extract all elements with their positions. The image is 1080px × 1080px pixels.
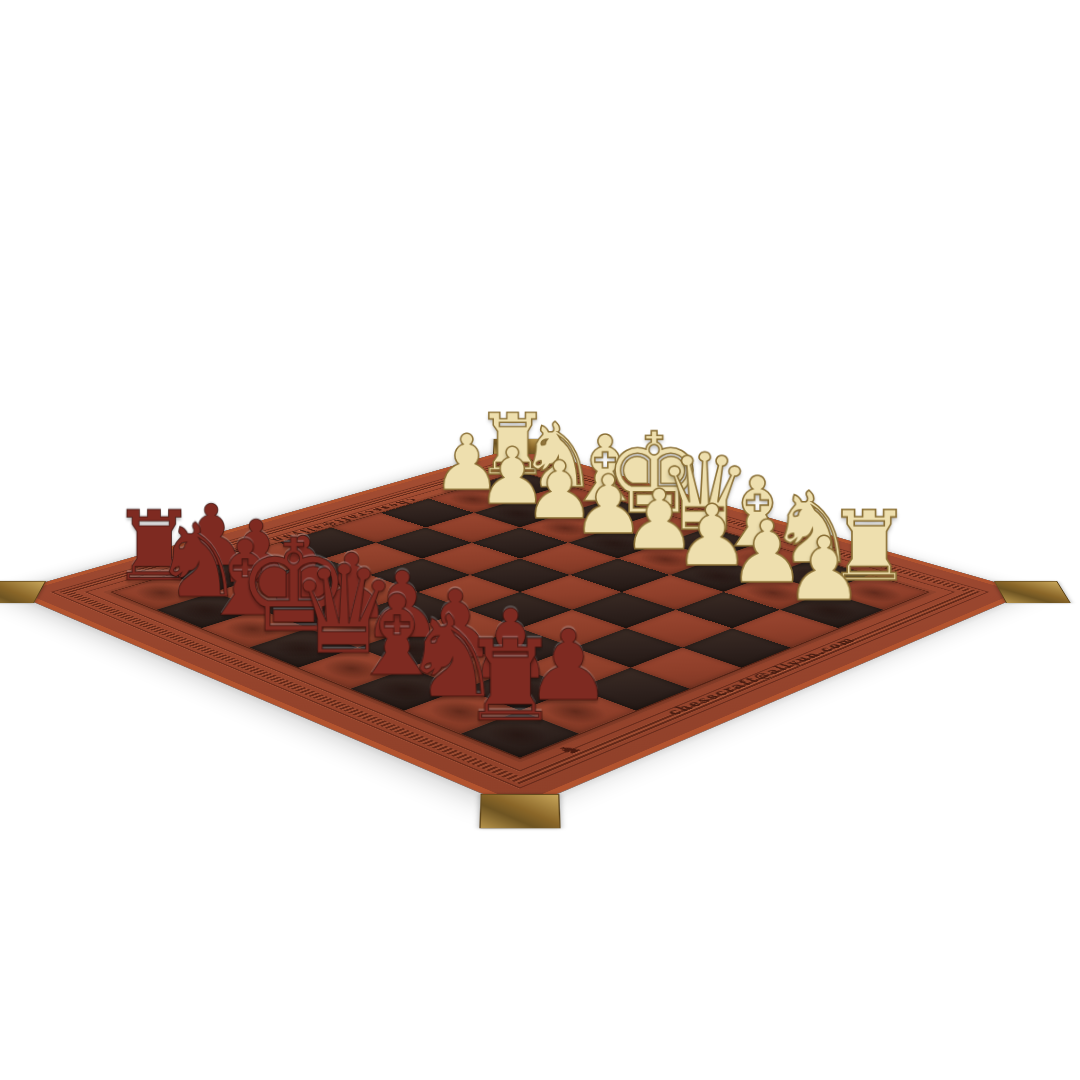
- brass-corner-cap: [0, 581, 46, 603]
- squares-grid: ♜♞♝♚♛♝♞♜♟♟♟♟♟♟♟♟♟♟♟♟♟♟♟♟♜♞♝♚♛♝♞♜: [113, 472, 928, 758]
- roman-rook: ♜: [417, 626, 604, 738]
- square-a1: ♜: [461, 711, 579, 758]
- brass-corner-cap: [479, 794, 560, 828]
- chessboard: chesscraft@aliyun.com chesscraft@aliyun.…: [11, 447, 1029, 810]
- brass-corner-cap: [994, 581, 1071, 603]
- egyptian-pawn: ♟: [742, 525, 906, 613]
- product-photo-scene: chesscraft@aliyun.com chesscraft@aliyun.…: [0, 0, 1080, 1080]
